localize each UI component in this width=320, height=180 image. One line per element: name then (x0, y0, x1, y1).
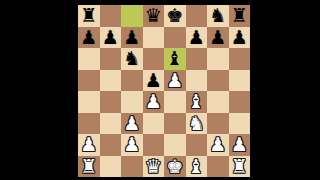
square-f2[interactable] (186, 134, 208, 156)
square-d6[interactable] (143, 48, 165, 70)
square-d2[interactable] (143, 134, 165, 156)
square-a3[interactable] (78, 113, 100, 135)
square-d3[interactable] (143, 113, 165, 135)
square-a4[interactable] (78, 91, 100, 113)
square-f4[interactable]: ♝ (186, 91, 208, 113)
square-b1[interactable] (100, 156, 122, 178)
square-b7[interactable]: ♟ (100, 27, 122, 49)
white-rook[interactable]: ♜ (80, 156, 97, 175)
square-c8[interactable] (121, 5, 143, 27)
white-pawn[interactable]: ♟ (231, 135, 248, 154)
white-pawn[interactable]: ♟ (145, 92, 162, 111)
square-h6[interactable] (229, 48, 251, 70)
square-b8[interactable] (100, 5, 122, 27)
black-knight[interactable]: ♞ (209, 6, 226, 25)
square-a1[interactable]: ♜ (78, 156, 100, 178)
square-c7[interactable]: ♟ (121, 27, 143, 49)
square-f5[interactable] (186, 70, 208, 92)
square-b6[interactable] (100, 48, 122, 70)
square-h5[interactable] (229, 70, 251, 92)
square-h7[interactable]: ♟ (229, 27, 251, 49)
square-c1[interactable] (121, 156, 143, 178)
white-pawn[interactable]: ♟ (80, 135, 97, 154)
square-e3[interactable] (164, 113, 186, 135)
square-h3[interactable] (229, 113, 251, 135)
square-f6[interactable] (186, 48, 208, 70)
square-f7[interactable]: ♟ (186, 27, 208, 49)
black-pawn[interactable]: ♟ (145, 70, 162, 89)
square-a6[interactable] (78, 48, 100, 70)
white-pawn[interactable]: ♟ (166, 70, 183, 89)
square-d1[interactable]: ♛ (143, 156, 165, 178)
square-e1[interactable]: ♚ (164, 156, 186, 178)
square-e8[interactable]: ♚ (164, 5, 186, 27)
square-a5[interactable] (78, 70, 100, 92)
black-pawn[interactable]: ♟ (102, 27, 119, 46)
white-pawn[interactable]: ♟ (123, 113, 140, 132)
square-a2[interactable]: ♟ (78, 134, 100, 156)
black-king[interactable]: ♚ (166, 6, 183, 25)
square-e5[interactable]: ♟ (164, 70, 186, 92)
white-knight[interactable]: ♞ (188, 113, 205, 132)
square-d7[interactable] (143, 27, 165, 49)
square-e7[interactable] (164, 27, 186, 49)
black-pawn[interactable]: ♟ (123, 27, 140, 46)
square-g7[interactable]: ♟ (207, 27, 229, 49)
square-g2[interactable]: ♟ (207, 134, 229, 156)
square-d8[interactable]: ♛ (143, 5, 165, 27)
square-g3[interactable] (207, 113, 229, 135)
square-a7[interactable]: ♟ (78, 27, 100, 49)
square-b4[interactable] (100, 91, 122, 113)
black-pawn[interactable]: ♟ (231, 27, 248, 46)
square-b3[interactable] (100, 113, 122, 135)
square-e6[interactable]: ♝ (164, 48, 186, 70)
square-g1[interactable] (207, 156, 229, 178)
square-c6[interactable]: ♞ (121, 48, 143, 70)
square-g5[interactable] (207, 70, 229, 92)
app-background: ♜♛♚♞♜♟♟♟♟♟♟♞♝♟♟♟♝♟♞♟♟♟♟♜♛♚♝♜ (0, 0, 320, 180)
white-pawn[interactable]: ♟ (123, 135, 140, 154)
square-c5[interactable] (121, 70, 143, 92)
white-bishop[interactable]: ♝ (188, 92, 205, 111)
white-rook[interactable]: ♜ (231, 156, 248, 175)
white-bishop[interactable]: ♝ (188, 156, 205, 175)
square-c4[interactable] (121, 91, 143, 113)
chess-board: ♜♛♚♞♜♟♟♟♟♟♟♞♝♟♟♟♝♟♞♟♟♟♟♜♛♚♝♜ (78, 5, 250, 177)
black-rook[interactable]: ♜ (231, 6, 248, 25)
square-g6[interactable] (207, 48, 229, 70)
square-e4[interactable] (164, 91, 186, 113)
square-d4[interactable]: ♟ (143, 91, 165, 113)
square-e2[interactable] (164, 134, 186, 156)
square-h8[interactable]: ♜ (229, 5, 251, 27)
square-g8[interactable]: ♞ (207, 5, 229, 27)
square-f3[interactable]: ♞ (186, 113, 208, 135)
square-a8[interactable]: ♜ (78, 5, 100, 27)
black-rook[interactable]: ♜ (80, 6, 97, 25)
square-f8[interactable] (186, 5, 208, 27)
square-c2[interactable]: ♟ (121, 134, 143, 156)
square-f1[interactable]: ♝ (186, 156, 208, 178)
square-h1[interactable]: ♜ (229, 156, 251, 178)
square-b2[interactable] (100, 134, 122, 156)
square-g4[interactable] (207, 91, 229, 113)
black-queen[interactable]: ♛ (145, 6, 162, 25)
square-c3[interactable]: ♟ (121, 113, 143, 135)
square-d5[interactable]: ♟ (143, 70, 165, 92)
white-queen[interactable]: ♛ (145, 156, 162, 175)
black-pawn[interactable]: ♟ (188, 27, 205, 46)
square-b5[interactable] (100, 70, 122, 92)
black-bishop[interactable]: ♝ (166, 49, 183, 68)
white-king[interactable]: ♚ (166, 156, 183, 175)
white-pawn[interactable]: ♟ (209, 135, 226, 154)
square-h2[interactable]: ♟ (229, 134, 251, 156)
black-knight[interactable]: ♞ (123, 49, 140, 68)
black-pawn[interactable]: ♟ (209, 27, 226, 46)
black-pawn[interactable]: ♟ (80, 27, 97, 46)
square-h4[interactable] (229, 91, 251, 113)
